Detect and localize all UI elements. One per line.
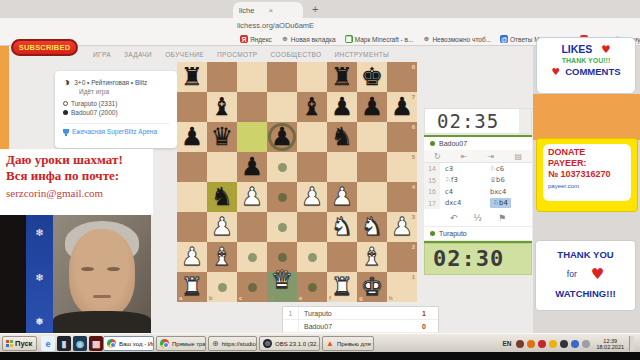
file-coordinate: h: [389, 295, 393, 301]
bookmark-label: Невозможно чтоб...: [432, 36, 491, 43]
file-coordinate: d: [269, 295, 273, 301]
webcam-video: [53, 215, 151, 333]
rank-coordinate: 5: [412, 154, 415, 160]
white-move[interactable]: c4: [440, 188, 485, 196]
thanks-line-3: WATCHING!!!: [536, 288, 635, 299]
square-f5[interactable]: [327, 152, 357, 182]
crosstable-row: 1Turaputo1: [283, 307, 438, 320]
heart-icon: ♥: [591, 265, 604, 283]
bottom-letterbox: [0, 352, 640, 360]
black-move[interactable]: bxc4: [485, 188, 530, 196]
square-e5[interactable]: [297, 152, 327, 182]
black-pawn: ♟: [241, 152, 263, 182]
show-desktop-button[interactable]: [629, 336, 634, 351]
black-pawn: ♟: [361, 92, 383, 122]
move-dest-dot: [308, 283, 317, 292]
square-c7[interactable]: [237, 92, 267, 122]
white-player-bar[interactable]: Turaputo: [424, 227, 532, 240]
black-rook: ♜: [181, 62, 203, 92]
bookmark-item[interactable]: ЯЯндекс: [240, 35, 272, 43]
browser-tab-strip: liche × +: [0, 0, 640, 18]
white-move[interactable]: dxc4: [440, 199, 485, 207]
player-app-icon[interactable]: ◉: [73, 336, 87, 351]
bookmark-favicon: ⊕: [281, 35, 289, 43]
move-number: 14: [424, 163, 440, 175]
square-d5[interactable]: [267, 152, 297, 182]
white-knight: ♞: [331, 212, 353, 242]
square-e7[interactable]: ♝: [297, 92, 327, 122]
nav-item-инструменты[interactable]: ИНСТРУМЕНТЫ: [335, 51, 390, 58]
lichess-nav: ИГРАЗАДАЧИОБУЧЕНИЕПРОСМОТРСООБЩЕСТВОИНСТ…: [93, 51, 389, 58]
white-move[interactable]: c3: [440, 165, 485, 173]
move-row: 15♘f3♕b6: [424, 175, 532, 187]
start-label: Пуск: [15, 339, 32, 348]
square-e2[interactable]: [297, 242, 327, 272]
square-a3[interactable]: [177, 212, 207, 242]
donate-overlay: DONATE PAYEER: № 1037316270 payeer.com: [536, 138, 638, 212]
task-label: Превью для т...: [337, 341, 374, 347]
game-info-panel: ◑ 3+0 • Рейтинговая • Blitz Идёт игра Tu…: [55, 71, 177, 148]
square-d6[interactable]: ♟: [267, 122, 297, 152]
square-d8[interactable]: [267, 62, 297, 92]
white-pawn: ♟: [391, 212, 413, 242]
tray-icons: [516, 340, 590, 348]
tournament-link[interactable]: Ежечасная SuperBlitz Арена: [63, 123, 169, 135]
eye: [107, 267, 120, 271]
new-tab-button[interactable]: +: [312, 3, 318, 15]
webcam-overlay: ❄❄❅: [0, 215, 151, 333]
move-nav-bar: ↻⇤⇥▤: [424, 150, 532, 163]
square-f1[interactable]: ♜f: [327, 272, 357, 302]
game-number: [283, 320, 299, 332]
black-pawn: ♟: [181, 122, 203, 152]
black-knight: ♞: [331, 122, 353, 152]
online-dot: [430, 231, 435, 236]
black-player-name: Badou07 (2000): [71, 109, 118, 116]
white-queen: ♛: [271, 265, 293, 295]
bookmark-favicon: @: [500, 35, 508, 43]
square-b5[interactable]: [207, 152, 237, 182]
system-tray: EN 12:39 18.02.2021: [502, 336, 634, 351]
flip-board-icon[interactable]: ↻: [434, 152, 441, 161]
webcam-dark-edge: [0, 215, 26, 333]
square-g3[interactable]: ♞: [357, 212, 387, 242]
task-label: Прямые тран...: [172, 341, 206, 347]
square-b2[interactable]: ♝: [207, 242, 237, 272]
tab-title: liche: [239, 6, 254, 15]
snowflake-banner: ❄❄❅: [26, 215, 53, 333]
square-c6[interactable]: [237, 122, 267, 152]
move-dest-dot: [218, 283, 227, 292]
square-g8[interactable]: ♚: [357, 62, 387, 92]
tray-icon[interactable]: [582, 340, 590, 348]
square-e8[interactable]: [297, 62, 327, 92]
rank-coordinate: 1: [412, 274, 415, 280]
square-a2[interactable]: ♟: [177, 242, 207, 272]
square-d1[interactable]: ♛d: [267, 272, 297, 302]
square-g5[interactable]: [357, 152, 387, 182]
move-number: 15: [424, 175, 440, 187]
heart-icon: ♥: [601, 43, 610, 55]
white-rook: ♜: [331, 272, 353, 302]
white-pawn: ♟: [181, 242, 203, 272]
move-dest-dot: [248, 253, 257, 262]
tray-icon[interactable]: [538, 340, 546, 348]
white-move[interactable]: ♘f3: [440, 176, 485, 184]
move-list: 14c3♘c615♘f3♕b616c4bxc417dxc4♘b4: [424, 163, 532, 210]
task-button[interactable]: ⊕https://studio.y...: [208, 336, 257, 351]
white-player-name: Turaputo (2331): [71, 100, 117, 107]
bookmark-item[interactable]: ⊕Невозможно чтоб...: [422, 35, 491, 43]
black-move[interactable]: ♘b4: [485, 199, 530, 207]
black-pawn: ♟: [331, 92, 353, 122]
task-label: Ваш ход - Иг...: [119, 341, 154, 347]
square-h3[interactable]: ♟3: [387, 212, 417, 242]
black-bishop: ♝: [301, 92, 323, 122]
nav-item-задачи[interactable]: ЗАДАЧИ: [124, 51, 152, 58]
menu-icon[interactable]: ▤: [514, 152, 522, 161]
square-h8[interactable]: 8: [387, 62, 417, 92]
square-a5[interactable]: [177, 152, 207, 182]
white-bishop: ♝: [211, 242, 233, 272]
left-orange-strip: [0, 46, 9, 149]
resign-button[interactable]: ⚑: [498, 213, 506, 223]
address-bar[interactable]: lichess.org/aODu6amE: [0, 18, 640, 33]
square-d7[interactable]: [267, 92, 297, 122]
game-number: 1: [283, 307, 299, 319]
date: 18.02.2021: [596, 344, 624, 350]
square-h5[interactable]: 5: [387, 152, 417, 182]
square-f8[interactable]: ♜: [327, 62, 357, 92]
tournament-name: Ежечасная SuperBlitz Арена: [72, 128, 157, 135]
draw-offer-button[interactable]: ½: [473, 213, 482, 223]
globe-icon: ⊕: [212, 339, 219, 348]
square-c4[interactable]: ♟: [237, 182, 267, 212]
online-dot: [430, 141, 435, 146]
bookmark-label: Яндекс: [250, 36, 272, 43]
tray-icon[interactable]: [571, 340, 579, 348]
crosstable: 1Turaputo1Badou070: [282, 306, 439, 334]
white-knight: ♞: [361, 212, 383, 242]
nav-item-просмотр[interactable]: ПРОСМОТР: [217, 51, 258, 58]
tray-icon[interactable]: [527, 340, 535, 348]
black-king: ♚: [361, 62, 383, 92]
rank-coordinate: 2: [412, 244, 415, 250]
move-row: 16c4bxc4: [424, 186, 532, 198]
rank-coordinate: 4: [412, 184, 415, 190]
chrome-icon: [160, 339, 169, 348]
crosstable-score: 0: [422, 323, 438, 330]
snowflake-icon: ❄: [35, 227, 43, 238]
white-king: ♚: [361, 272, 383, 302]
white-pawn: ♟: [241, 182, 263, 212]
task-button[interactable]: Ваш ход - Иг...: [103, 336, 154, 351]
black-move[interactable]: ♕b6: [485, 176, 530, 184]
square-b6[interactable]: ♛: [207, 122, 237, 152]
square-b4[interactable]: ♞: [207, 182, 237, 212]
bookmark-favicon: Я: [240, 35, 248, 43]
square-g2[interactable]: ♝: [357, 242, 387, 272]
chrome-icon: [107, 339, 116, 348]
white-pawn: ♟: [331, 182, 353, 212]
crosstable-score: 1: [422, 310, 438, 317]
move-dest-dot: [278, 253, 287, 262]
task-label: https://studio.y...: [222, 341, 257, 347]
bookmark-label: Марк Minecraft - в...: [355, 36, 414, 43]
square-f6[interactable]: ♞: [327, 122, 357, 152]
browser-tab[interactable]: liche ×: [233, 2, 303, 18]
speed-icon: ◑: [63, 77, 70, 87]
snowflake-icon: ❅: [35, 316, 43, 327]
last-move-icon[interactable]: ⇥: [488, 152, 495, 161]
square-b7[interactable]: ♝: [207, 92, 237, 122]
lesson-email: serzcorin@gmail.com: [6, 187, 147, 199]
black-color-icon: [63, 110, 68, 115]
white-pawn: ♟: [301, 182, 323, 212]
tray-icon[interactable]: [549, 340, 557, 348]
square-b1[interactable]: b: [207, 272, 237, 302]
black-move-text: bxc4: [490, 188, 506, 196]
black-pawn: ♟: [271, 122, 293, 152]
square-d3[interactable]: [267, 212, 297, 242]
lesson-line-1: Даю уроки шахмат!: [6, 152, 147, 168]
nav-item-игра[interactable]: ИГРА: [93, 51, 111, 58]
move-dest-dot: [308, 253, 317, 262]
black-name: Badou07: [439, 140, 467, 147]
black-move[interactable]: ♘c6: [485, 165, 530, 173]
white-bishop: ♝: [361, 242, 383, 272]
first-move-icon[interactable]: ⇤: [461, 152, 468, 161]
square-a7[interactable]: [177, 92, 207, 122]
black-move-text: ♘c6: [490, 165, 504, 173]
black-player-row[interactable]: Badou07 (2000): [63, 109, 169, 116]
obs-icon: ◎: [263, 339, 272, 348]
tray-icon[interactable]: [516, 340, 524, 348]
recorder-app-icon[interactable]: ▦: [89, 336, 103, 351]
move-number: 17: [424, 198, 440, 210]
square-e1[interactable]: e: [297, 272, 327, 302]
move-dest-dot: [278, 163, 287, 172]
square-a6[interactable]: ♟: [177, 122, 207, 152]
chess-board: ♜♜♚8♝♝♟♟♟7♟♛♟♞6♟5♞♟♟♟4♟♞♞♟3♟♝♝2♜abc♛de♜f…: [177, 62, 417, 302]
white-player-row[interactable]: Turaputo (2331): [63, 100, 169, 107]
takeback-button[interactable]: ↶: [450, 213, 458, 223]
game-meta: 3+0 • Рейтинговая • Blitz: [74, 79, 147, 86]
square-b8[interactable]: [207, 62, 237, 92]
game-action-bar: ↶½⚑: [424, 210, 532, 226]
white-clock-active: 02:30: [424, 243, 532, 275]
likes-text: LIKES: [561, 43, 592, 55]
square-f4[interactable]: ♟: [327, 182, 357, 212]
black-move-text: ♕b6: [490, 176, 505, 184]
orange-overlay-background: [533, 94, 640, 140]
screen: liche × + lichess.org/aODu6amE ЯЯндекс⊕Н…: [0, 0, 640, 360]
mouth: [93, 295, 111, 298]
streamer-shirt: [53, 311, 151, 333]
square-d4[interactable]: [267, 182, 297, 212]
crosstable-player[interactable]: Turaputo: [299, 310, 422, 317]
file-coordinate: b: [209, 295, 213, 301]
white-name: Turaputo: [439, 230, 467, 237]
move-dest-dot: [278, 223, 287, 232]
subscribed-badge: SUBSCRIBED: [11, 39, 78, 56]
black-bishop: ♝: [211, 92, 233, 122]
square-c5[interactable]: ♟: [237, 152, 267, 182]
nav-item-сообщество[interactable]: СООБЩЕСТВО: [271, 51, 322, 58]
square-g4[interactable]: [357, 182, 387, 212]
square-b3[interactable]: ♟: [207, 212, 237, 242]
black-pawn: ♟: [391, 92, 413, 122]
square-a8[interactable]: ♜: [177, 62, 207, 92]
thanks-line-2: for: [567, 269, 577, 279]
white-pawn: ♟: [211, 212, 233, 242]
lesson-line-2: Вся инфа по почте:: [6, 168, 147, 184]
task-button[interactable]: ▲Превью для т...: [322, 336, 374, 351]
windows-flag-icon: [6, 340, 13, 347]
square-h6[interactable]: 6: [387, 122, 417, 152]
black-queen: ♛: [211, 122, 233, 152]
trophy-icon: [63, 129, 69, 134]
url-text: lichess.org/aODu6amE: [237, 21, 314, 30]
black-knight: ♞: [211, 182, 233, 212]
square-h2[interactable]: 2: [387, 242, 417, 272]
donate-title: DONATE: [548, 147, 626, 158]
square-f2[interactable]: [327, 242, 357, 272]
square-h1[interactable]: 1h: [387, 272, 417, 302]
square-f3[interactable]: ♞: [327, 212, 357, 242]
move-dest-dot: [248, 283, 257, 292]
black-player-bar[interactable]: Badou07: [424, 137, 532, 150]
crosstable-player[interactable]: Badou07: [299, 323, 422, 330]
taskbar-clock[interactable]: 12:39 18.02.2021: [596, 338, 624, 350]
start-button[interactable]: Пуск: [2, 336, 37, 351]
rank-coordinate: 8: [412, 64, 415, 70]
square-g7[interactable]: ♟: [357, 92, 387, 122]
square-h7[interactable]: ♟7: [387, 92, 417, 122]
likes-overlay: LIKES ♥ THANK YOU!!! ♥ COMMENTS: [536, 37, 636, 94]
task-label: OBS 23.1.0 (32...: [275, 341, 320, 347]
black-clock: 02:35: [424, 108, 532, 134]
black-rook: ♜: [331, 62, 353, 92]
square-h4[interactable]: 4: [387, 182, 417, 212]
nav-item-обучение[interactable]: ОБУЧЕНИЕ: [165, 51, 204, 58]
square-f7[interactable]: ♟: [327, 92, 357, 122]
internet-explorer-icon[interactable]: e: [41, 336, 55, 351]
comments-text: COMMENTS: [565, 66, 620, 77]
tab-close-icon[interactable]: ×: [268, 6, 273, 15]
square-c1[interactable]: c: [237, 272, 267, 302]
lesson-ad-overlay: Даю уроки шахмат! Вся инфа по почте: ser…: [0, 149, 153, 215]
crosstable-row: Badou070: [283, 320, 438, 333]
white-color-icon: [63, 101, 68, 106]
square-e3[interactable]: [297, 212, 327, 242]
move-row: 14c3♘c6: [424, 163, 532, 175]
game-status: Идёт игра: [79, 88, 169, 95]
streamer-face: [69, 229, 135, 317]
white-rook: ♜: [181, 272, 203, 302]
language-indicator[interactable]: EN: [502, 340, 511, 347]
vlc-icon: ▲: [326, 339, 334, 348]
task-button[interactable]: ◎OBS 23.1.0 (32...: [259, 336, 320, 351]
media-app-icon[interactable]: ▮: [57, 336, 71, 351]
thanks-line-1: THANK YOU: [536, 249, 635, 260]
thankyou-text: THANK YOU!!!: [537, 57, 635, 64]
bookmark-item[interactable]: ▦Марк Minecraft - в...: [345, 35, 414, 43]
tray-icon[interactable]: [560, 340, 568, 348]
thanks-overlay: THANK YOU for ♥ WATCHING!!!: [535, 240, 636, 311]
bookmark-favicon: ⊕: [422, 35, 430, 43]
bookmark-item[interactable]: ⊕Новая вкладка: [281, 35, 336, 43]
square-e4[interactable]: ♟: [297, 182, 327, 212]
move-row: 17dxc4♘b4: [424, 198, 532, 210]
square-c8[interactable]: [237, 62, 267, 92]
square-c3[interactable]: [237, 212, 267, 242]
file-coordinate: e: [299, 295, 302, 301]
rank-coordinate: 6: [412, 124, 415, 130]
task-button[interactable]: Прямые тран...: [156, 336, 206, 351]
black-move-text: ♘b4: [490, 198, 511, 208]
donate-site: payeer.com: [548, 183, 626, 189]
eye: [81, 267, 94, 271]
move-number: 16: [424, 186, 440, 198]
square-a4[interactable]: [177, 182, 207, 212]
snowflake-icon: ❄: [35, 272, 43, 283]
square-g1[interactable]: ♚g: [357, 272, 387, 302]
move-dest-dot: [278, 193, 287, 202]
file-coordinate: c: [239, 295, 242, 301]
bookmark-label: Новая вкладка: [291, 36, 336, 43]
square-e6[interactable]: [297, 122, 327, 152]
taskbar: Пуск e▮◉▦ Ваш ход - Иг...Прямые тран...⊕…: [0, 333, 640, 352]
heart-icon: ♥: [551, 66, 560, 77]
donate-payeer: PAYEER:: [548, 158, 626, 169]
donate-number: № 1037316270: [548, 169, 626, 180]
bookmark-favicon: ▦: [345, 35, 353, 43]
square-a1[interactable]: ♜a: [177, 272, 207, 302]
square-g6[interactable]: [357, 122, 387, 152]
square-c2[interactable]: [237, 242, 267, 272]
